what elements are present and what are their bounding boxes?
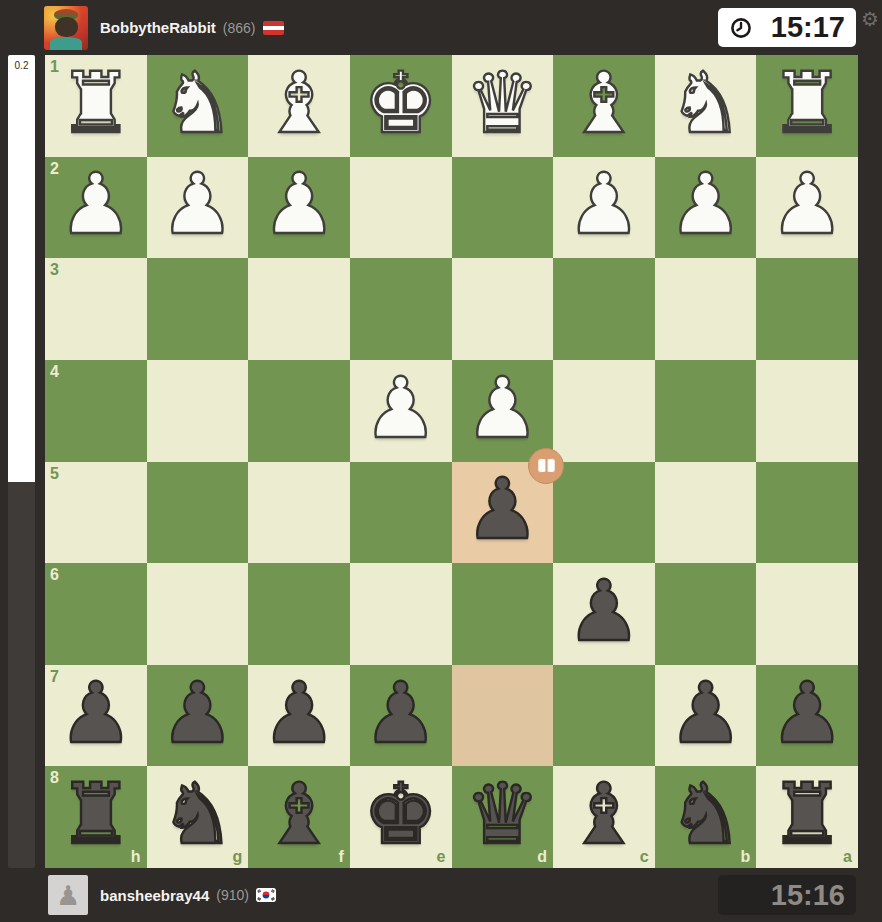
black-rook-h8[interactable]: ♜	[45, 766, 147, 868]
white-pawn-b2[interactable]: ♟	[655, 157, 757, 259]
avatar-art	[50, 37, 83, 49]
black-knight-g8[interactable]: ♞	[147, 766, 249, 868]
square-h4[interactable]: 4	[45, 360, 147, 462]
austria-flag-icon	[263, 21, 284, 35]
square-b3[interactable]	[655, 258, 757, 360]
square-d7[interactable]	[452, 665, 554, 767]
white-pawn-d4[interactable]: ♟	[452, 360, 554, 462]
square-e2[interactable]	[350, 157, 452, 259]
square-c1[interactable]: ♝	[553, 55, 655, 157]
square-e3[interactable]	[350, 258, 452, 360]
white-bishop-f1[interactable]: ♝	[248, 55, 350, 157]
white-rook-a1[interactable]: ♜	[756, 55, 858, 157]
square-g1[interactable]: ♞	[147, 55, 249, 157]
square-c3[interactable]	[553, 258, 655, 360]
square-h6[interactable]: 6	[45, 563, 147, 665]
gear-icon[interactable]: ⚙	[861, 9, 879, 29]
square-b8[interactable]: b♞	[655, 766, 757, 868]
square-h5[interactable]: 5	[45, 462, 147, 564]
open-book-icon	[538, 459, 545, 473]
square-b7[interactable]: ♟	[655, 665, 757, 767]
square-a6[interactable]	[756, 563, 858, 665]
player-avatar[interactable]: ♟	[48, 875, 88, 915]
square-e8[interactable]: e♚	[350, 766, 452, 868]
square-f4[interactable]	[248, 360, 350, 462]
square-e7[interactable]: ♟	[350, 665, 452, 767]
square-b5[interactable]	[655, 462, 757, 564]
bottom-player-bar: ♟ bansheebray44 (910) 15:16	[0, 868, 882, 922]
square-d8[interactable]: d♛	[452, 766, 554, 868]
square-e6[interactable]	[350, 563, 452, 665]
square-g5[interactable]	[147, 462, 249, 564]
main-area: 0.2 1♜♞♝♚♛♝♞♜2♟♟♟♟♟♟34♟♟5♟6♟7♟♟♟♟♟♟8h♜g♞…	[0, 55, 882, 868]
white-pawn-a2[interactable]: ♟	[756, 157, 858, 259]
square-f1[interactable]: ♝	[248, 55, 350, 157]
rank-label-4: 4	[50, 364, 59, 380]
open-book-badge	[528, 448, 564, 484]
square-e1[interactable]: ♚	[350, 55, 452, 157]
black-bishop-f8[interactable]: ♝	[248, 766, 350, 868]
square-a5[interactable]	[756, 462, 858, 564]
square-c5[interactable]	[553, 462, 655, 564]
eval-score: 0.2	[8, 55, 35, 71]
black-pawn-c6[interactable]: ♟	[553, 563, 655, 665]
white-bishop-c1[interactable]: ♝	[553, 55, 655, 157]
black-knight-b8[interactable]: ♞	[655, 766, 757, 868]
square-d3[interactable]	[452, 258, 554, 360]
rank-label-5: 5	[50, 466, 59, 482]
bottom-player-name[interactable]: bansheebray44	[100, 887, 209, 904]
top-player-clock: 15:17	[718, 8, 856, 47]
square-b2[interactable]: ♟	[655, 157, 757, 259]
top-player-name[interactable]: BobbytheRabbit	[100, 19, 216, 36]
square-c8[interactable]: c♝	[553, 766, 655, 868]
white-rook-h1[interactable]: ♜	[45, 55, 147, 157]
bottom-player-clock: 15:16	[718, 875, 856, 915]
square-a2[interactable]: ♟	[756, 157, 858, 259]
black-rook-a8[interactable]: ♜	[756, 766, 858, 868]
rank-label-3: 3	[50, 262, 59, 278]
square-g7[interactable]: ♟	[147, 665, 249, 767]
white-pawn-f2[interactable]: ♟	[248, 157, 350, 259]
square-d1[interactable]: ♛	[452, 55, 554, 157]
black-queen-d8[interactable]: ♛	[452, 766, 554, 868]
square-h7[interactable]: 7♟	[45, 665, 147, 767]
square-f2[interactable]: ♟	[248, 157, 350, 259]
black-pawn-h7[interactable]: ♟	[45, 665, 147, 767]
black-pawn-f7[interactable]: ♟	[248, 665, 350, 767]
black-pawn-e7[interactable]: ♟	[350, 665, 452, 767]
square-f8[interactable]: f♝	[248, 766, 350, 868]
square-c4[interactable]	[553, 360, 655, 462]
square-f7[interactable]: ♟	[248, 665, 350, 767]
square-f3[interactable]	[248, 258, 350, 360]
black-pawn-b7[interactable]: ♟	[655, 665, 757, 767]
square-b4[interactable]	[655, 360, 757, 462]
chess-board[interactable]: 1♜♞♝♚♛♝♞♜2♟♟♟♟♟♟34♟♟5♟6♟7♟♟♟♟♟♟8h♜g♞f♝e♚…	[45, 55, 858, 868]
square-g6[interactable]	[147, 563, 249, 665]
square-f6[interactable]	[248, 563, 350, 665]
black-bishop-c8[interactable]: ♝	[553, 766, 655, 868]
square-b6[interactable]	[655, 563, 757, 665]
open-book-icon	[547, 459, 554, 473]
top-player-bar: BobbytheRabbit (866) 15:17 ⚙	[0, 0, 882, 55]
player-avatar[interactable]	[44, 6, 88, 50]
top-player-rating: (866)	[223, 20, 256, 36]
square-g4[interactable]	[147, 360, 249, 462]
white-pawn-e4[interactable]: ♟	[350, 360, 452, 462]
square-a3[interactable]	[756, 258, 858, 360]
square-e5[interactable]	[350, 462, 452, 564]
south-korea-flag-icon	[256, 888, 276, 902]
white-pawn-c2[interactable]: ♟	[553, 157, 655, 259]
square-a4[interactable]	[756, 360, 858, 462]
bottom-clock-time: 15:16	[718, 879, 856, 912]
square-c6[interactable]: ♟	[553, 563, 655, 665]
rank-label-6: 6	[50, 567, 59, 583]
square-a7[interactable]: ♟	[756, 665, 858, 767]
black-king-e8[interactable]: ♚	[350, 766, 452, 868]
square-g3[interactable]	[147, 258, 249, 360]
black-pawn-a7[interactable]: ♟	[756, 665, 858, 767]
square-e4[interactable]: ♟	[350, 360, 452, 462]
square-h8[interactable]: 8h♜	[45, 766, 147, 868]
black-pawn-g7[interactable]: ♟	[147, 665, 249, 767]
white-king-e1[interactable]: ♚	[350, 55, 452, 157]
square-b1[interactable]: ♞	[655, 55, 757, 157]
white-pawn-g2[interactable]: ♟	[147, 157, 249, 259]
white-knight-g1[interactable]: ♞	[147, 55, 249, 157]
pawn-avatar-icon: ♟	[56, 882, 80, 909]
bottom-player-rating: (910)	[216, 887, 249, 903]
square-a1[interactable]: ♜	[756, 55, 858, 157]
square-c7[interactable]	[553, 665, 655, 767]
eval-bar-white: 0.2	[8, 55, 35, 482]
white-knight-b1[interactable]: ♞	[655, 55, 757, 157]
square-d6[interactable]	[452, 563, 554, 665]
square-h3[interactable]: 3	[45, 258, 147, 360]
square-d4[interactable]: ♟	[452, 360, 554, 462]
square-a8[interactable]: a♜	[756, 766, 858, 868]
square-c2[interactable]: ♟	[553, 157, 655, 259]
clock-icon	[729, 16, 753, 40]
square-g8[interactable]: g♞	[147, 766, 249, 868]
eval-strip: 0.2	[0, 55, 45, 868]
square-h2[interactable]: 2♟	[45, 157, 147, 259]
white-pawn-h2[interactable]: ♟	[45, 157, 147, 259]
square-h1[interactable]: 1♜	[45, 55, 147, 157]
top-clock-time: 15:17	[753, 11, 856, 44]
white-queen-d1[interactable]: ♛	[452, 55, 554, 157]
square-f5[interactable]	[248, 462, 350, 564]
avatar-art	[55, 17, 78, 37]
square-d2[interactable]	[452, 157, 554, 259]
eval-bar: 0.2	[8, 55, 35, 868]
square-g2[interactable]: ♟	[147, 157, 249, 259]
